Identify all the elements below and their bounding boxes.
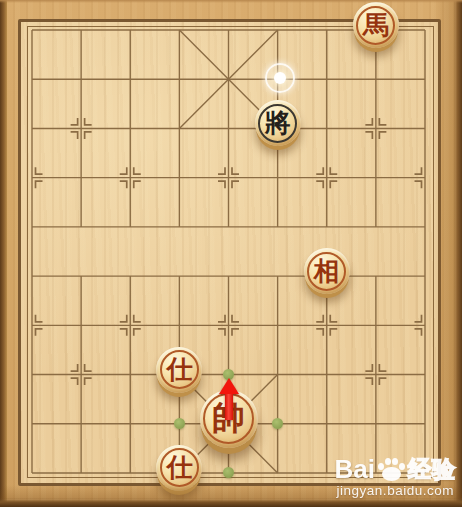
piece-glyph: 仕 (156, 347, 202, 393)
piece-red-elephant[interactable]: 相 (304, 248, 350, 294)
piece-glyph: 馬 (353, 2, 399, 48)
piece-red-horse[interactable]: 馬 (353, 2, 399, 48)
piece-glyph: 將 (255, 100, 301, 146)
baidu-paw-icon (378, 457, 405, 482)
suggested-move-arrow (219, 378, 239, 420)
piece-glyph: 相 (304, 248, 350, 294)
piece-black-general[interactable]: 將 (255, 100, 301, 146)
piece-red-advisor-1[interactable]: 仕 (156, 347, 202, 393)
board-edge-right (453, 0, 462, 507)
baidu-jingyan-watermark: Bai 经验 jingyan.baidu.com (335, 456, 456, 498)
xiangqi-game-screen: 馬將相仕帥仕 Bai 经验 jingyan.baidu.com (0, 0, 462, 507)
board-edge-bottom (0, 498, 462, 507)
last-move-highlight (265, 63, 295, 93)
board-edge-left (0, 0, 7, 507)
board-edge-top (0, 0, 462, 3)
watermark-jingyan-text: 经验 (408, 454, 456, 485)
watermark-bai-text: Bai (335, 454, 375, 485)
watermark-url: jingyan.baidu.com (335, 483, 456, 498)
board-shade-right (433, 0, 455, 507)
